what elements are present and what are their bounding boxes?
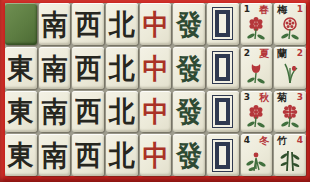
east-wind-glyph: 東 bbox=[8, 54, 34, 82]
east-wind-glyph: 東 bbox=[8, 97, 34, 125]
white-dragon-frame-icon bbox=[212, 7, 233, 40]
tile-r2c9-flower-2-orchid[interactable]: 蘭2 bbox=[274, 47, 306, 89]
south-wind-glyph: 南 bbox=[41, 54, 67, 82]
tile-r2c6-green-dragon[interactable]: 發 bbox=[173, 47, 205, 89]
bonus-tile-header: 4冬 bbox=[244, 136, 270, 146]
chrys-art-icon bbox=[277, 103, 303, 132]
tile-r4c2-south-wind[interactable]: 南 bbox=[39, 134, 71, 176]
south-wind-glyph: 南 bbox=[41, 97, 67, 125]
tile-r3c3-west-wind[interactable]: 西 bbox=[72, 91, 104, 133]
tile-r4c6-green-dragon[interactable]: 發 bbox=[173, 134, 205, 176]
tile-r1c6-green-dragon[interactable]: 發 bbox=[173, 3, 205, 45]
tile-r2c5-red-dragon[interactable]: 中 bbox=[140, 47, 172, 89]
tulip-art-icon bbox=[244, 59, 270, 88]
bonus-right-mark: 4 bbox=[297, 136, 303, 145]
white-dragon-inner-frame bbox=[215, 54, 230, 81]
tile-r4c4-north-wind[interactable]: 北 bbox=[106, 134, 138, 176]
tile-r3c7-white-dragon[interactable] bbox=[207, 91, 239, 133]
peony-art-icon bbox=[244, 103, 270, 132]
tile-r1c3-west-wind[interactable]: 西 bbox=[72, 3, 104, 45]
green-dragon-glyph: 發 bbox=[176, 54, 202, 82]
bonus-left-mark: 梅 bbox=[277, 5, 287, 15]
tile-r2c7-white-dragon[interactable] bbox=[207, 47, 239, 89]
tile-r1c9-flower-1-plum[interactable]: 梅1 bbox=[274, 3, 306, 45]
green-dragon-glyph: 發 bbox=[176, 10, 202, 38]
bonus-right-mark: 春 bbox=[259, 5, 269, 15]
white-dragon-frame-icon bbox=[212, 95, 233, 128]
west-wind-glyph: 西 bbox=[75, 10, 101, 38]
tile-r2c1-east-wind[interactable]: 東 bbox=[5, 47, 37, 89]
bonus-left-mark: 1 bbox=[244, 5, 250, 14]
bonus-left-mark: 2 bbox=[244, 49, 250, 58]
white-dragon-frame-icon bbox=[212, 51, 233, 84]
orchid-art-icon bbox=[277, 59, 303, 88]
tile-r1c5-red-dragon[interactable]: 中 bbox=[140, 3, 172, 45]
bonus-left-mark: 竹 bbox=[277, 136, 287, 146]
north-wind-glyph: 北 bbox=[109, 54, 135, 82]
tile-r4c8-season-4-winter[interactable]: 4冬 bbox=[241, 134, 273, 176]
tile-r3c9-flower-3-chrysanthemum[interactable]: 菊3 bbox=[274, 91, 306, 133]
north-wind-glyph: 北 bbox=[109, 141, 135, 169]
white-dragon-inner-frame bbox=[215, 98, 230, 125]
tile-r4c9-flower-4-bamboo[interactable]: 竹4 bbox=[274, 134, 306, 176]
tile-r4c5-red-dragon[interactable]: 中 bbox=[140, 134, 172, 176]
tile-r3c4-north-wind[interactable]: 北 bbox=[106, 91, 138, 133]
bonus-tile-header: 梅1 bbox=[277, 5, 303, 15]
bamboo-art-icon bbox=[277, 146, 303, 175]
bonus-right-mark: 冬 bbox=[259, 136, 269, 146]
east-wind-glyph: 東 bbox=[8, 141, 34, 169]
tile-r1c1-face-down-back[interactable] bbox=[5, 3, 37, 45]
red-dragon-glyph: 中 bbox=[142, 54, 168, 82]
white-dragon-inner-frame bbox=[215, 10, 230, 37]
bonus-right-mark: 夏 bbox=[259, 49, 269, 59]
white-dragon-frame-icon bbox=[212, 139, 233, 172]
west-wind-glyph: 西 bbox=[75, 141, 101, 169]
west-wind-glyph: 西 bbox=[75, 54, 101, 82]
mahjong-tray: 南西北中發1春 梅1 東南西北中發2夏 蘭2東南西北中發3秋 菊3 東南西北中發… bbox=[0, 0, 310, 182]
green-dragon-glyph: 發 bbox=[176, 97, 202, 125]
bonus-left-mark: 菊 bbox=[277, 93, 287, 103]
tile-r4c1-east-wind[interactable]: 東 bbox=[5, 134, 37, 176]
bonus-tile-header: 竹4 bbox=[277, 136, 303, 146]
south-wind-glyph: 南 bbox=[41, 10, 67, 38]
plum-art-icon bbox=[277, 15, 303, 44]
bonus-tile-header: 蘭2 bbox=[277, 49, 303, 59]
peony-art-icon bbox=[244, 15, 270, 44]
white-dragon-inner-frame bbox=[215, 142, 230, 169]
bonus-left-mark: 4 bbox=[244, 136, 250, 145]
bonus-tile-header: 2夏 bbox=[244, 49, 270, 59]
tile-r3c2-south-wind[interactable]: 南 bbox=[39, 91, 71, 133]
bonus-left-mark: 3 bbox=[244, 93, 250, 102]
bonus-right-mark: 2 bbox=[297, 49, 303, 58]
tile-r2c4-north-wind[interactable]: 北 bbox=[106, 47, 138, 89]
tile-r3c5-red-dragon[interactable]: 中 bbox=[140, 91, 172, 133]
north-wind-glyph: 北 bbox=[109, 10, 135, 38]
bonus-left-mark: 蘭 bbox=[277, 49, 287, 59]
north-wind-glyph: 北 bbox=[109, 97, 135, 125]
tile-r1c2-south-wind[interactable]: 南 bbox=[39, 3, 71, 45]
tile-r4c7-white-dragon[interactable] bbox=[207, 134, 239, 176]
west-wind-glyph: 西 bbox=[75, 97, 101, 125]
tile-r1c8-season-1-spring[interactable]: 1春 bbox=[241, 3, 273, 45]
tile-r3c6-green-dragon[interactable]: 發 bbox=[173, 91, 205, 133]
tile-r2c8-season-2-summer[interactable]: 2夏 bbox=[241, 47, 273, 89]
bonus-tile-header: 3秋 bbox=[244, 93, 270, 103]
tile-r1c7-white-dragon[interactable] bbox=[207, 3, 239, 45]
tile-r4c3-west-wind[interactable]: 西 bbox=[72, 134, 104, 176]
tile-r2c3-west-wind[interactable]: 西 bbox=[72, 47, 104, 89]
south-wind-glyph: 南 bbox=[41, 141, 67, 169]
bonus-right-mark: 3 bbox=[297, 93, 303, 102]
tile-r3c8-season-3-autumn[interactable]: 3秋 bbox=[241, 91, 273, 133]
bonus-right-mark: 1 bbox=[297, 5, 303, 14]
red-dragon-glyph: 中 bbox=[142, 10, 168, 38]
green-dragon-glyph: 發 bbox=[176, 141, 202, 169]
bonus-right-mark: 秋 bbox=[259, 93, 269, 103]
bonus-tile-header: 菊3 bbox=[277, 93, 303, 103]
red-dragon-glyph: 中 bbox=[142, 141, 168, 169]
winter-art-icon bbox=[244, 146, 270, 175]
tile-r3c1-east-wind[interactable]: 東 bbox=[5, 91, 37, 133]
tile-r1c4-north-wind[interactable]: 北 bbox=[106, 3, 138, 45]
bonus-tile-header: 1春 bbox=[244, 5, 270, 15]
mahjong-board: 南西北中發1春 梅1 東南西北中發2夏 蘭2東南西北中發3秋 菊3 東南西北中發… bbox=[5, 3, 306, 176]
red-dragon-glyph: 中 bbox=[142, 97, 168, 125]
tile-r2c2-south-wind[interactable]: 南 bbox=[39, 47, 71, 89]
